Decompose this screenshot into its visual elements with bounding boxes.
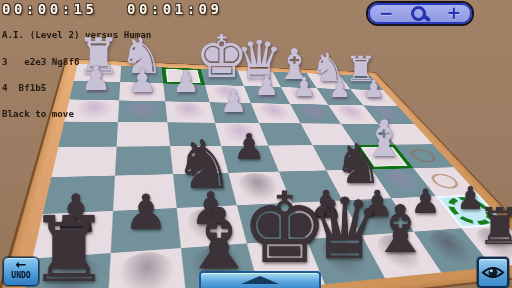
piece-reflection	[171, 102, 209, 120]
magnifier-handle	[422, 13, 431, 21]
piece-black-B-f8[interactable]: ♝	[181, 198, 256, 282]
legal-move-ring[interactable]	[407, 149, 440, 163]
game-screen: ♜♞♝♛♚♞♜♟♟♟♟♟♟♟♟♝♟♞♞♟♟♟♟♟♟♟♜♝♛♚♝♜ 00:00:1…	[0, 0, 512, 288]
eye-icon	[481, 263, 505, 282]
piece-black-P-g7[interactable]: ♟	[124, 188, 167, 236]
piece-white-K-e1[interactable]: ♚	[195, 27, 248, 86]
zoom-out-button[interactable]: −	[379, 6, 393, 21]
piece-white-P-c2[interactable]: ♟	[292, 73, 316, 99]
piece-white-P-a2[interactable]: ♟	[363, 77, 384, 101]
magnifier-icon	[409, 6, 431, 22]
piece-white-P-f2[interactable]: ♟	[172, 67, 199, 98]
zoom-in-button[interactable]: +	[447, 6, 461, 21]
square-g5[interactable]	[115, 146, 174, 176]
square-h5[interactable]	[52, 147, 117, 178]
piece-black-R-a8[interactable]: ♜	[477, 202, 512, 253]
piece-white-P-d2[interactable]: ♟	[254, 71, 279, 99]
piece-white-P-h2[interactable]: ♟	[81, 61, 112, 95]
piece-reflection	[256, 104, 295, 122]
piece-black-P-e5[interactable]: ♟	[233, 128, 265, 163]
piece-black-R-h8[interactable]: ♜	[28, 205, 109, 288]
piece-reflection	[118, 251, 178, 288]
square-g8[interactable]	[107, 248, 186, 288]
square-f3[interactable]	[165, 101, 214, 122]
piece-white-P-b2[interactable]: ♟	[329, 75, 351, 100]
eye-button[interactable]	[477, 257, 509, 288]
turn-indicator: Black to move	[2, 110, 151, 119]
zoom-panel: − +	[368, 3, 472, 24]
piece-white-P-e3[interactable]: ♟	[220, 86, 248, 117]
piece-white-P-g2[interactable]: ♟	[128, 64, 157, 96]
